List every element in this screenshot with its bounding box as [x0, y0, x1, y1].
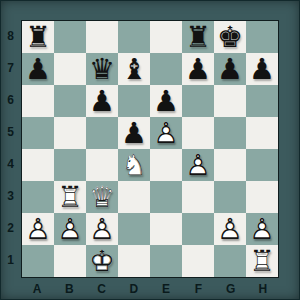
square-h2[interactable]: ♟♙	[246, 213, 278, 245]
black-king-icon: ♚	[214, 21, 246, 53]
rank-label-2: 2	[0, 212, 21, 244]
square-b5[interactable]	[54, 117, 86, 149]
chess-diagram: 8 7 6 5 4 3 2 1 ♜♜♚♟♛♝♟♟♟♟♟♟♟♙♞♘♟♙♜♖♛♕♟♙…	[0, 0, 300, 300]
square-e7[interactable]	[150, 53, 182, 85]
white-pawn-a2[interactable]: ♟♙	[22, 213, 54, 245]
rank-label-7: 7	[0, 52, 21, 84]
square-e6[interactable]: ♟	[150, 85, 182, 117]
square-c5[interactable]	[86, 117, 118, 149]
black-pawn-f7[interactable]: ♟	[182, 53, 214, 85]
white-piece-outline-icon: ♙	[246, 213, 278, 245]
file-label-b: B	[53, 278, 85, 300]
rank-label-5: 5	[0, 116, 21, 148]
square-a5[interactable]	[22, 117, 54, 149]
square-c3[interactable]: ♛♕	[86, 181, 118, 213]
square-d5[interactable]: ♟	[118, 117, 150, 149]
white-piece-outline-icon: ♙	[54, 213, 86, 245]
square-b7[interactable]	[54, 53, 86, 85]
square-b4[interactable]	[54, 149, 86, 181]
white-piece-outline-icon: ♙	[182, 149, 214, 181]
square-d2[interactable]	[118, 213, 150, 245]
rank-label-6: 6	[0, 84, 21, 116]
black-rook-icon: ♜	[22, 21, 54, 53]
white-pawn-c2[interactable]: ♟♙	[86, 213, 118, 245]
rank-labels: 8 7 6 5 4 3 2 1	[0, 20, 21, 276]
white-piece-outline-icon: ♙	[150, 117, 182, 149]
square-g8[interactable]: ♚	[214, 21, 246, 53]
square-e3[interactable]	[150, 181, 182, 213]
file-label-d: D	[118, 278, 150, 300]
file-labels: A B C D E F G H	[21, 278, 279, 300]
square-b3[interactable]: ♜♖	[54, 181, 86, 213]
black-pawn-a7[interactable]: ♟	[22, 53, 54, 85]
square-c1[interactable]: ♚♔	[86, 245, 118, 277]
rank-label-4: 4	[0, 148, 21, 180]
square-e4[interactable]	[150, 149, 182, 181]
file-label-c: C	[86, 278, 118, 300]
square-c2[interactable]: ♟♙	[86, 213, 118, 245]
black-rook-a8[interactable]: ♜	[22, 21, 54, 53]
square-h8[interactable]	[246, 21, 278, 53]
square-c8[interactable]	[86, 21, 118, 53]
square-f5[interactable]	[182, 117, 214, 149]
file-label-e: E	[150, 278, 182, 300]
white-rook-h1[interactable]: ♜♖	[246, 245, 278, 277]
square-d7[interactable]: ♝	[118, 53, 150, 85]
square-g2[interactable]: ♟♙	[214, 213, 246, 245]
white-piece-outline-icon: ♖	[246, 245, 278, 277]
square-e8[interactable]	[150, 21, 182, 53]
square-g7[interactable]: ♟	[214, 53, 246, 85]
square-a3[interactable]	[22, 181, 54, 213]
white-queen-c3[interactable]: ♛♕	[86, 181, 118, 213]
square-h4[interactable]	[246, 149, 278, 181]
square-c7[interactable]: ♛	[86, 53, 118, 85]
white-knight-d4[interactable]: ♞♘	[118, 149, 150, 181]
black-pawn-g7[interactable]: ♟	[214, 53, 246, 85]
file-label-h: H	[247, 278, 279, 300]
square-b8[interactable]	[54, 21, 86, 53]
black-rook-f8[interactable]: ♜	[182, 21, 214, 53]
square-d6[interactable]	[118, 85, 150, 117]
square-g1[interactable]	[214, 245, 246, 277]
square-b1[interactable]	[54, 245, 86, 277]
square-a7[interactable]: ♟	[22, 53, 54, 85]
square-e5[interactable]: ♟♙	[150, 117, 182, 149]
white-pawn-g2[interactable]: ♟♙	[214, 213, 246, 245]
black-king-g8[interactable]: ♚	[214, 21, 246, 53]
square-b2[interactable]: ♟♙	[54, 213, 86, 245]
black-pawn-icon: ♟	[118, 117, 150, 149]
square-h3[interactable]	[246, 181, 278, 213]
white-pawn-f4[interactable]: ♟♙	[182, 149, 214, 181]
square-h6[interactable]	[246, 85, 278, 117]
square-a8[interactable]: ♜	[22, 21, 54, 53]
black-pawn-icon: ♟	[22, 53, 54, 85]
file-label-f: F	[182, 278, 214, 300]
black-pawn-c6[interactable]: ♟	[86, 85, 118, 117]
square-d8[interactable]	[118, 21, 150, 53]
white-piece-outline-icon: ♔	[86, 245, 118, 277]
square-g6[interactable]	[214, 85, 246, 117]
square-a6[interactable]	[22, 85, 54, 117]
square-d3[interactable]	[118, 181, 150, 213]
black-rook-icon: ♜	[182, 21, 214, 53]
square-h7[interactable]: ♟	[246, 53, 278, 85]
rank-label-8: 8	[0, 20, 21, 52]
black-pawn-d5[interactable]: ♟	[118, 117, 150, 149]
square-d1[interactable]	[118, 245, 150, 277]
square-h1[interactable]: ♜♖	[246, 245, 278, 277]
square-a4[interactable]	[22, 149, 54, 181]
black-queen-icon: ♛	[86, 53, 118, 85]
black-bishop-icon: ♝	[118, 53, 150, 85]
white-piece-outline-icon: ♖	[54, 181, 86, 213]
white-king-c1[interactable]: ♚♔	[86, 245, 118, 277]
black-pawn-icon: ♟	[150, 85, 182, 117]
white-rook-b3[interactable]: ♜♖	[54, 181, 86, 213]
black-queen-c7[interactable]: ♛	[86, 53, 118, 85]
rank-label-3: 3	[0, 180, 21, 212]
square-g4[interactable]	[214, 149, 246, 181]
square-e2[interactable]	[150, 213, 182, 245]
square-f3[interactable]	[182, 181, 214, 213]
white-piece-outline-icon: ♘	[118, 149, 150, 181]
black-pawn-icon: ♟	[182, 53, 214, 85]
white-pawn-b2[interactable]: ♟♙	[54, 213, 86, 245]
square-a2[interactable]: ♟♙	[22, 213, 54, 245]
square-e1[interactable]	[150, 245, 182, 277]
file-label-a: A	[21, 278, 53, 300]
black-pawn-icon: ♟	[214, 53, 246, 85]
square-f2[interactable]	[182, 213, 214, 245]
file-label-g: G	[215, 278, 247, 300]
black-bishop-d7[interactable]: ♝	[118, 53, 150, 85]
square-c4[interactable]	[86, 149, 118, 181]
white-piece-outline-icon: ♙	[22, 213, 54, 245]
square-g5[interactable]	[214, 117, 246, 149]
white-piece-outline-icon: ♙	[214, 213, 246, 245]
square-b6[interactable]	[54, 85, 86, 117]
black-pawn-icon: ♟	[246, 53, 278, 85]
white-pawn-e5[interactable]: ♟♙	[150, 117, 182, 149]
square-c6[interactable]: ♟	[86, 85, 118, 117]
square-d4[interactable]: ♞♘	[118, 149, 150, 181]
square-f1[interactable]	[182, 245, 214, 277]
white-piece-outline-icon: ♙	[86, 213, 118, 245]
square-a1[interactable]	[22, 245, 54, 277]
square-f7[interactable]: ♟	[182, 53, 214, 85]
square-h5[interactable]	[246, 117, 278, 149]
white-pawn-h2[interactable]: ♟♙	[246, 213, 278, 245]
square-f6[interactable]	[182, 85, 214, 117]
black-pawn-icon: ♟	[86, 85, 118, 117]
black-pawn-e6[interactable]: ♟	[150, 85, 182, 117]
square-g3[interactable]	[214, 181, 246, 213]
board: ♜♜♚♟♛♝♟♟♟♟♟♟♟♙♞♘♟♙♜♖♛♕♟♙♟♙♟♙♟♙♟♙♚♔♜♖	[21, 20, 279, 278]
square-f4[interactable]: ♟♙	[182, 149, 214, 181]
white-piece-outline-icon: ♕	[86, 181, 118, 213]
black-pawn-h7[interactable]: ♟	[246, 53, 278, 85]
rank-label-1: 1	[0, 244, 21, 276]
square-f8[interactable]: ♜	[182, 21, 214, 53]
